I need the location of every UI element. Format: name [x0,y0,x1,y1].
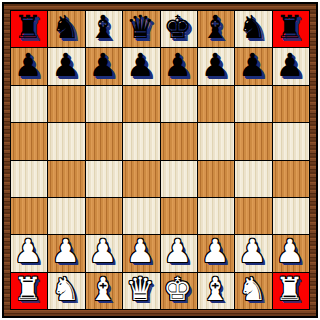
piece-black-bishop[interactable]: ♝ [89,11,118,43]
piece-white-pawn[interactable]: ♟︎ [51,235,80,267]
piece-black-pawn[interactable]: ♟︎ [275,49,304,81]
square-f4[interactable] [198,161,234,197]
piece-black-rook[interactable]: ♜ [14,11,43,43]
piece-white-pawn[interactable]: ♟︎ [238,235,267,267]
square-a8[interactable]: ♜ [11,11,47,47]
square-e1[interactable]: ♚ [161,273,197,309]
piece-white-pawn[interactable]: ♟︎ [275,235,304,267]
square-c3[interactable] [86,198,122,234]
chess-board: ♜♞♝♛♚♝♞♜♟︎♟︎♟︎♟︎♟︎♟︎♟︎♟︎♟︎♟︎♟︎♟︎♟︎♟︎♟︎♟︎… [10,10,310,310]
square-b4[interactable] [48,161,84,197]
square-a3[interactable] [11,198,47,234]
square-d8[interactable]: ♛ [123,11,159,47]
piece-black-knight[interactable]: ♞ [51,11,80,43]
piece-black-pawn[interactable]: ♟︎ [51,49,80,81]
square-d4[interactable] [123,161,159,197]
piece-white-king[interactable]: ♚ [163,273,192,305]
square-a4[interactable] [11,161,47,197]
piece-black-pawn[interactable]: ♟︎ [14,49,43,81]
square-c4[interactable] [86,161,122,197]
piece-white-bishop[interactable]: ♝ [89,273,118,305]
square-h3[interactable] [273,198,309,234]
square-e8[interactable]: ♚ [161,11,197,47]
piece-white-bishop[interactable]: ♝ [201,273,230,305]
piece-black-pawn[interactable]: ♟︎ [201,49,230,81]
square-h8[interactable]: ♜ [273,11,309,47]
square-b5[interactable] [48,123,84,159]
square-a2[interactable]: ♟︎ [11,235,47,271]
square-g5[interactable] [235,123,271,159]
square-h1[interactable]: ♜ [273,273,309,309]
piece-black-bishop[interactable]: ♝ [201,11,230,43]
square-f1[interactable]: ♝ [198,273,234,309]
square-e5[interactable] [161,123,197,159]
square-d5[interactable] [123,123,159,159]
square-g4[interactable] [235,161,271,197]
piece-white-pawn[interactable]: ♟︎ [163,235,192,267]
square-h2[interactable]: ♟︎ [273,235,309,271]
piece-black-pawn[interactable]: ♟︎ [163,49,192,81]
square-f8[interactable]: ♝ [198,11,234,47]
square-f5[interactable] [198,123,234,159]
board-frame: ♜♞♝♛♚♝♞♜♟︎♟︎♟︎♟︎♟︎♟︎♟︎♟︎♟︎♟︎♟︎♟︎♟︎♟︎♟︎♟︎… [2,2,318,318]
piece-white-queen[interactable]: ♛ [126,273,155,305]
square-g6[interactable] [235,86,271,122]
square-a1[interactable]: ♜ [11,273,47,309]
square-c5[interactable] [86,123,122,159]
square-a5[interactable] [11,123,47,159]
square-f2[interactable]: ♟︎ [198,235,234,271]
piece-black-rook[interactable]: ♜ [275,11,304,43]
square-h4[interactable] [273,161,309,197]
square-b6[interactable] [48,86,84,122]
square-c7[interactable]: ♟︎ [86,48,122,84]
square-h7[interactable]: ♟︎ [273,48,309,84]
square-a7[interactable]: ♟︎ [11,48,47,84]
piece-white-pawn[interactable]: ♟︎ [201,235,230,267]
square-d3[interactable] [123,198,159,234]
piece-white-knight[interactable]: ♞ [51,273,80,305]
square-f7[interactable]: ♟︎ [198,48,234,84]
square-e4[interactable] [161,161,197,197]
square-b2[interactable]: ♟︎ [48,235,84,271]
square-e3[interactable] [161,198,197,234]
square-d1[interactable]: ♛ [123,273,159,309]
square-f3[interactable] [198,198,234,234]
piece-white-pawn[interactable]: ♟︎ [14,235,43,267]
square-h6[interactable] [273,86,309,122]
piece-white-rook[interactable]: ♜ [14,273,43,305]
square-b1[interactable]: ♞ [48,273,84,309]
square-f6[interactable] [198,86,234,122]
square-b8[interactable]: ♞ [48,11,84,47]
square-g3[interactable] [235,198,271,234]
square-e2[interactable]: ♟︎ [161,235,197,271]
square-g2[interactable]: ♟︎ [235,235,271,271]
square-c1[interactable]: ♝ [86,273,122,309]
piece-black-queen[interactable]: ♛ [126,11,155,43]
piece-black-knight[interactable]: ♞ [238,11,267,43]
square-d2[interactable]: ♟︎ [123,235,159,271]
piece-black-king[interactable]: ♚ [163,11,192,43]
piece-white-pawn[interactable]: ♟︎ [126,235,155,267]
piece-white-knight[interactable]: ♞ [238,273,267,305]
square-b7[interactable]: ♟︎ [48,48,84,84]
piece-black-pawn[interactable]: ♟︎ [238,49,267,81]
square-e7[interactable]: ♟︎ [161,48,197,84]
square-g7[interactable]: ♟︎ [235,48,271,84]
square-g8[interactable]: ♞ [235,11,271,47]
square-a6[interactable] [11,86,47,122]
piece-black-pawn[interactable]: ♟︎ [89,49,118,81]
square-g1[interactable]: ♞ [235,273,271,309]
square-d6[interactable] [123,86,159,122]
piece-white-pawn[interactable]: ♟︎ [89,235,118,267]
square-h5[interactable] [273,123,309,159]
square-e6[interactable] [161,86,197,122]
square-d7[interactable]: ♟︎ [123,48,159,84]
square-c2[interactable]: ♟︎ [86,235,122,271]
piece-white-rook[interactable]: ♜ [275,273,304,305]
square-c8[interactable]: ♝ [86,11,122,47]
square-c6[interactable] [86,86,122,122]
piece-black-pawn[interactable]: ♟︎ [126,49,155,81]
square-b3[interactable] [48,198,84,234]
